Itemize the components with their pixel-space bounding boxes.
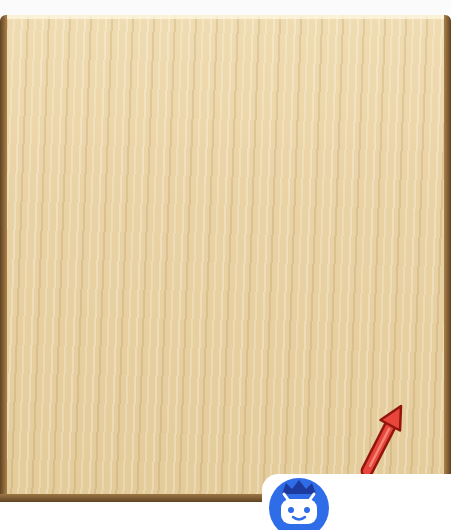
android-mascot-icon xyxy=(269,478,329,530)
board-grid xyxy=(0,0,451,530)
xiangqi-app-screen xyxy=(0,0,451,530)
site-watermark xyxy=(262,474,451,530)
top-coordinates xyxy=(0,0,451,15)
